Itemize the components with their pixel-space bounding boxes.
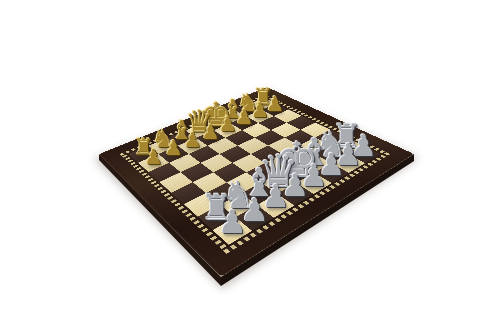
chess-set-photo: ♟♟♟♟♟♟♟♟♜♞♝♛♚♝♞♜♟♟♟♟♟♟♟♟♜♞♝♛♚♝♞♜ [0,0,480,320]
